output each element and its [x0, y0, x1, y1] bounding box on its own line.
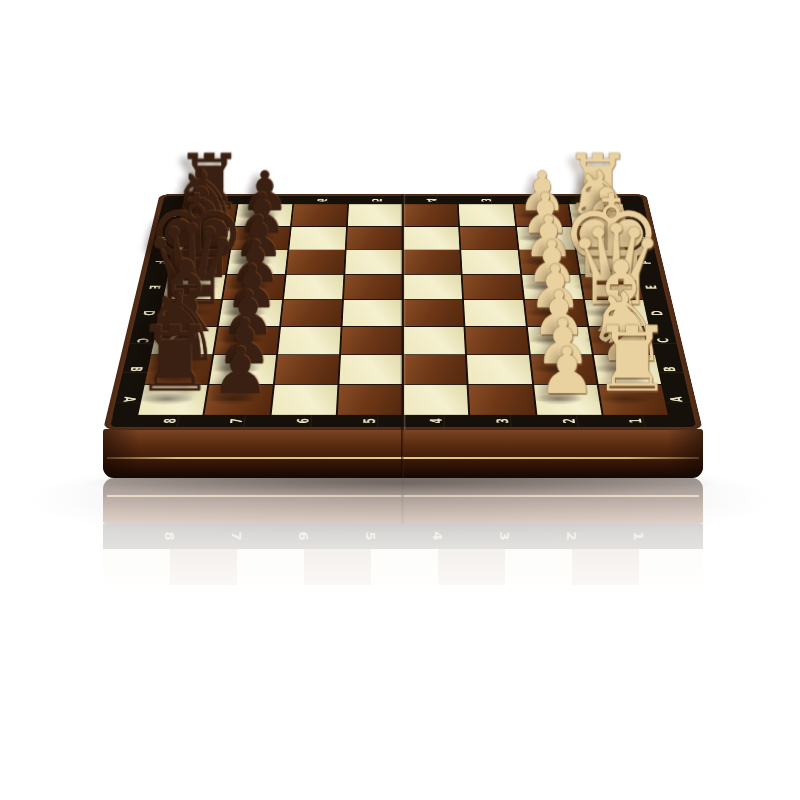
square-h4 [404, 204, 459, 226]
square-g5 [346, 227, 402, 250]
rank-label-back-4: 4 [424, 198, 437, 203]
square-c1 [589, 327, 655, 354]
rank-label-front-4: 4 [428, 417, 444, 425]
square-h6 [291, 204, 347, 226]
file-label-left-E: E [146, 284, 162, 290]
square-c6 [278, 327, 341, 354]
reflection-fade [0, 474, 800, 714]
square-a2 [534, 385, 602, 415]
rank-label-front-8: 8 [162, 417, 179, 425]
square-b7 [210, 355, 276, 384]
square-e5 [344, 275, 402, 300]
rank-label-front-2: 2 [561, 417, 578, 425]
square-h2 [514, 204, 571, 226]
file-label-right-A: A [668, 395, 685, 402]
square-c7 [214, 327, 278, 354]
square-a7 [205, 385, 273, 415]
square-e1 [581, 275, 643, 300]
square-b2 [530, 355, 596, 384]
square-h7 [235, 204, 292, 226]
rank-label-front-5: 5 [362, 417, 378, 425]
rank-label-back-7: 7 [259, 198, 273, 203]
file-label-right-H: H [628, 213, 642, 218]
square-e4 [404, 275, 462, 300]
square-b1 [594, 355, 661, 384]
fold-seam [400, 194, 406, 430]
rank-label-back-8: 8 [205, 198, 219, 203]
square-d5 [342, 300, 402, 326]
rank-label-front-7: 7 [228, 417, 245, 425]
rank-label-front-6: 6 [295, 417, 311, 425]
file-label-left-G: G [158, 235, 173, 241]
product-photo-canvas: 87654321 87654321 87654321 HGFEDCBA HGFE… [0, 0, 800, 800]
square-f8 [169, 250, 230, 274]
file-label-left-A: A [120, 395, 137, 402]
square-b5 [339, 355, 402, 384]
square-g1 [573, 227, 632, 250]
square-d3 [464, 300, 525, 326]
square-f5 [345, 250, 402, 274]
file-label-left-B: B [127, 365, 144, 372]
square-e3 [463, 275, 523, 300]
square-g2 [516, 227, 574, 250]
square-b4 [404, 355, 467, 384]
square-c3 [466, 327, 529, 354]
square-h5 [348, 204, 403, 226]
square-e7 [223, 275, 284, 300]
rank-label-front-3: 3 [495, 417, 511, 425]
square-a4 [404, 385, 468, 415]
board-scene: 87654321 87654321 HGFEDCBA HGFEDCBA ♜♞♝♛… [103, 0, 703, 430]
square-d7 [219, 300, 282, 326]
square-f2 [519, 250, 579, 274]
square-d2 [524, 300, 587, 326]
file-label-right-G: G [633, 235, 648, 241]
file-label-left-F: F [152, 259, 167, 265]
square-a8 [138, 385, 207, 415]
square-d1 [585, 300, 649, 326]
square-b3 [467, 355, 531, 384]
square-a6 [271, 385, 337, 415]
square-d6 [281, 300, 342, 326]
board-surface: 87654321 87654321 HGFEDCBA HGFEDCBA [103, 194, 703, 430]
file-label-right-B: B [662, 365, 679, 372]
board-front-face [103, 429, 703, 478]
file-label-left-H: H [163, 213, 177, 218]
file-label-right-F: F [639, 259, 654, 265]
chess-board: 87654321 87654321 HGFEDCBA HGFEDCBA ♜♞♝♛… [103, 194, 703, 430]
square-f4 [404, 250, 461, 274]
square-h8 [179, 204, 237, 226]
square-a5 [338, 385, 402, 415]
file-label-left-D: D [140, 310, 156, 316]
square-f1 [577, 250, 638, 274]
square-h3 [459, 204, 515, 226]
square-e2 [522, 275, 583, 300]
square-g6 [289, 227, 346, 250]
square-e8 [163, 275, 225, 300]
square-a3 [469, 385, 535, 415]
square-c5 [341, 327, 402, 354]
square-c4 [404, 327, 465, 354]
rank-label-back-3: 3 [478, 198, 491, 203]
square-f3 [461, 250, 519, 274]
square-f7 [227, 250, 287, 274]
square-f6 [286, 250, 344, 274]
square-b6 [274, 355, 338, 384]
file-label-left-C: C [134, 337, 150, 344]
rank-label-front-1: 1 [627, 417, 644, 425]
square-g4 [404, 227, 460, 250]
square-g8 [174, 227, 233, 250]
rank-label-back-2: 2 [533, 198, 547, 203]
rank-label-back-1: 1 [587, 198, 601, 203]
square-d4 [404, 300, 464, 326]
square-g3 [460, 227, 517, 250]
square-c8 [151, 327, 217, 354]
file-label-right-D: D [650, 310, 666, 316]
file-label-right-C: C [656, 337, 672, 344]
square-a1 [598, 385, 667, 415]
front-face-fold-seam [401, 429, 404, 478]
square-d8 [157, 300, 221, 326]
file-label-right-E: E [644, 284, 660, 290]
square-e6 [283, 275, 343, 300]
rank-label-back-5: 5 [369, 198, 382, 203]
square-b8 [145, 355, 212, 384]
square-g7 [231, 227, 289, 250]
square-h1 [569, 204, 627, 226]
rank-label-back-6: 6 [314, 198, 327, 203]
square-c2 [527, 327, 591, 354]
